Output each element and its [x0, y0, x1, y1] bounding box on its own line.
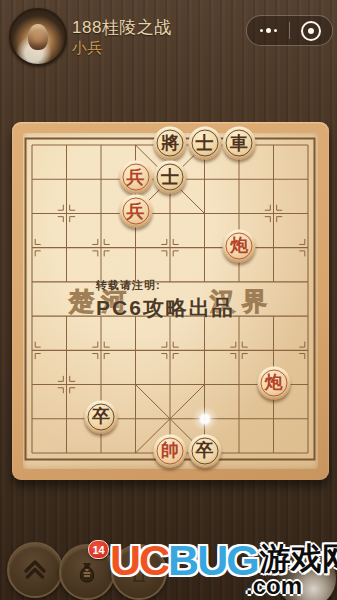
piece-glyph: 卒	[196, 441, 214, 459]
wechat-capsule	[246, 15, 333, 46]
piece-glyph: 士	[196, 133, 214, 151]
piece-black-將[interactable]: 將	[154, 127, 187, 160]
piece-black-卒[interactable]: 卒	[85, 400, 118, 433]
exit-button[interactable]	[290, 16, 332, 45]
piece-red-兵[interactable]: 兵	[119, 161, 152, 194]
player-avatar	[9, 8, 67, 66]
piece-glyph: 卒	[92, 407, 110, 425]
last-move-dot	[200, 414, 209, 423]
expand-button[interactable]	[7, 542, 63, 598]
river-text-left: 楚河	[69, 285, 133, 318]
piece-glyph: 兵	[127, 201, 145, 219]
app-screen: 188桂陵之战 小兵 楚河 汉界 將士車士兵兵炮炮卒帥卒 转载请注明: PC6攻…	[0, 0, 337, 600]
piece-glyph: 炮	[265, 373, 283, 391]
piece-black-士[interactable]: 士	[154, 161, 187, 194]
piece-red-炮[interactable]: 炮	[223, 229, 256, 262]
pagoda-icon	[127, 559, 151, 585]
piece-glyph: 帥	[161, 441, 179, 459]
stage-subtitle: 小兵	[72, 39, 102, 58]
bag-badge: 14	[88, 540, 109, 559]
stone-sphere[interactable]	[277, 549, 336, 600]
piece-red-帥[interactable]: 帥	[154, 435, 187, 468]
extra-button[interactable]	[111, 544, 167, 600]
more-options-button[interactable]	[247, 16, 289, 45]
piece-glyph: 炮	[230, 236, 248, 254]
money-bag-icon	[72, 557, 102, 587]
piece-black-車[interactable]: 車	[223, 127, 256, 160]
piece-glyph: 兵	[127, 167, 145, 185]
piece-glyph: 車	[230, 133, 248, 151]
piece-red-炮[interactable]: 炮	[257, 366, 290, 399]
piece-black-卒[interactable]: 卒	[188, 435, 221, 468]
chevron-up-icon	[21, 557, 49, 583]
exit-target-icon	[301, 21, 321, 41]
piece-black-士[interactable]: 士	[188, 127, 221, 160]
piece-glyph: 將	[161, 133, 179, 151]
watermark-bug: BUG	[168, 536, 258, 584]
piece-red-兵[interactable]: 兵	[119, 195, 152, 228]
river-text-right: 汉界	[210, 285, 274, 318]
piece-glyph: 士	[161, 167, 179, 185]
stage-title: 188桂陵之战	[72, 16, 172, 39]
more-dots-icon	[260, 28, 277, 33]
